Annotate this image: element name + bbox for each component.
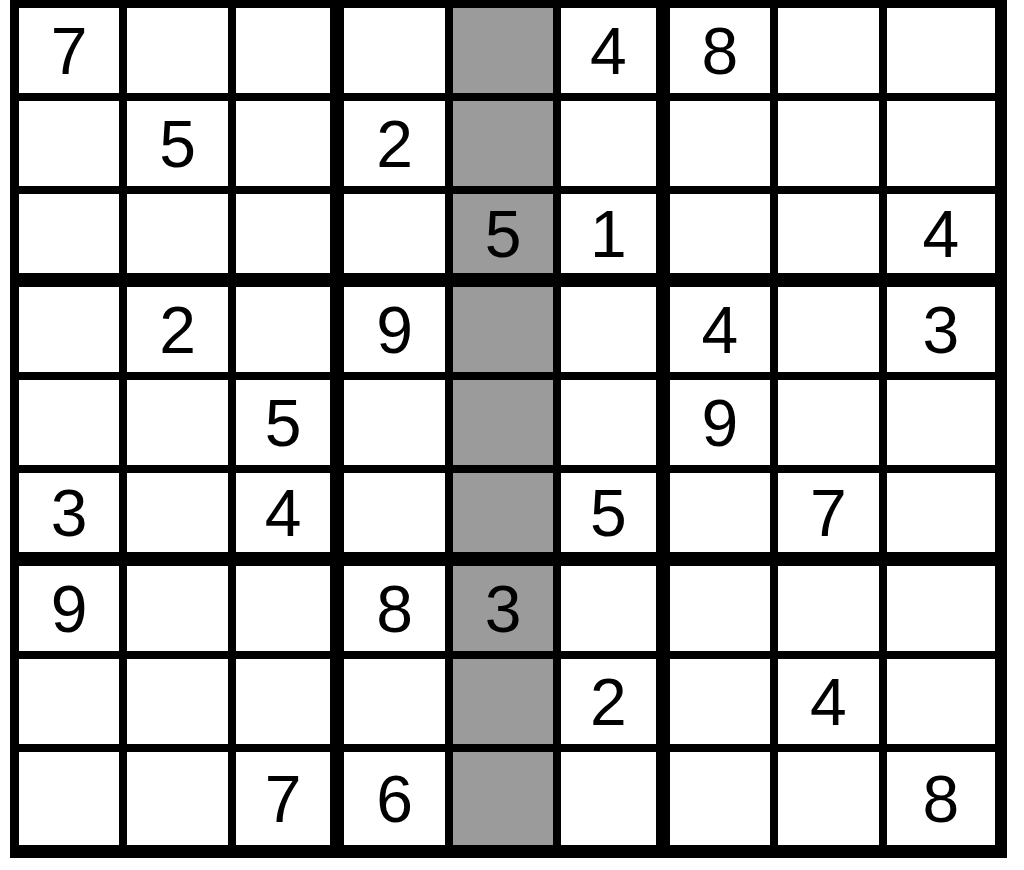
cell-r9c6[interactable] — [561, 752, 669, 845]
cell-r2c6[interactable] — [561, 101, 669, 194]
cell-r5c5[interactable] — [453, 380, 561, 473]
cell-r9c4[interactable]: 6 — [344, 752, 452, 845]
cell-r1c8[interactable] — [778, 8, 886, 101]
cell-r3c1[interactable] — [19, 194, 127, 287]
cell-r8c9[interactable] — [887, 659, 995, 752]
cell-r5c1[interactable] — [19, 380, 127, 473]
cell-r4c3[interactable] — [236, 287, 344, 380]
cell-r7c6[interactable] — [561, 566, 669, 659]
cell-r9c3[interactable]: 7 — [236, 752, 344, 845]
cell-r2c5[interactable] — [453, 101, 561, 194]
cell-r6c1[interactable]: 3 — [19, 473, 127, 566]
cell-r1c9[interactable] — [887, 8, 995, 101]
cell-r2c7[interactable] — [670, 101, 778, 194]
cell-r4c8[interactable] — [778, 287, 886, 380]
cell-r3c7[interactable] — [670, 194, 778, 287]
cell-r1c5[interactable] — [453, 8, 561, 101]
cell-r4c1[interactable] — [19, 287, 127, 380]
cell-r1c3[interactable] — [236, 8, 344, 101]
cell-r2c3[interactable] — [236, 101, 344, 194]
cell-r5c3[interactable]: 5 — [236, 380, 344, 473]
cell-r2c2[interactable]: 5 — [127, 101, 235, 194]
cell-r2c8[interactable] — [778, 101, 886, 194]
cell-r8c4[interactable] — [344, 659, 452, 752]
cell-r8c6[interactable]: 2 — [561, 659, 669, 752]
cell-r7c1[interactable]: 9 — [19, 566, 127, 659]
cell-r5c2[interactable] — [127, 380, 235, 473]
cell-r5c9[interactable] — [887, 380, 995, 473]
cell-r2c1[interactable] — [19, 101, 127, 194]
cell-r8c1[interactable] — [19, 659, 127, 752]
cell-r5c7[interactable]: 9 — [670, 380, 778, 473]
cell-r9c7[interactable] — [670, 752, 778, 845]
cell-r1c4[interactable] — [344, 8, 452, 101]
cell-r7c4[interactable]: 8 — [344, 566, 452, 659]
cell-r3c3[interactable] — [236, 194, 344, 287]
cell-r2c4[interactable]: 2 — [344, 101, 452, 194]
cell-r8c3[interactable] — [236, 659, 344, 752]
cell-r2c9[interactable] — [887, 101, 995, 194]
cell-r9c9[interactable]: 8 — [887, 752, 995, 845]
cell-r6c5[interactable] — [453, 473, 561, 566]
cell-r3c4[interactable] — [344, 194, 452, 287]
cell-r6c7[interactable] — [670, 473, 778, 566]
cell-r6c2[interactable] — [127, 473, 235, 566]
cell-r4c9[interactable]: 3 — [887, 287, 995, 380]
cell-r9c1[interactable] — [19, 752, 127, 845]
cell-r6c6[interactable]: 5 — [561, 473, 669, 566]
cell-r1c2[interactable] — [127, 8, 235, 101]
cell-r6c8[interactable]: 7 — [778, 473, 886, 566]
cell-r3c8[interactable] — [778, 194, 886, 287]
cell-r7c7[interactable] — [670, 566, 778, 659]
cell-r6c9[interactable] — [887, 473, 995, 566]
cell-r1c6[interactable]: 4 — [561, 8, 669, 101]
cell-r8c2[interactable] — [127, 659, 235, 752]
cell-r4c7[interactable]: 4 — [670, 287, 778, 380]
cell-r7c5[interactable]: 3 — [453, 566, 561, 659]
cell-r7c9[interactable] — [887, 566, 995, 659]
cell-r7c8[interactable] — [778, 566, 886, 659]
cell-r9c5[interactable] — [453, 752, 561, 845]
cell-r3c2[interactable] — [127, 194, 235, 287]
cell-r3c5[interactable]: 5 — [453, 194, 561, 287]
cell-r5c8[interactable] — [778, 380, 886, 473]
cell-r7c3[interactable] — [236, 566, 344, 659]
sudoku-board: 74852514294359345798324768 — [10, 0, 1007, 858]
cell-r9c8[interactable] — [778, 752, 886, 845]
cell-r5c6[interactable] — [561, 380, 669, 473]
cell-r1c1[interactable]: 7 — [19, 8, 127, 101]
cell-r8c8[interactable]: 4 — [778, 659, 886, 752]
cell-r8c5[interactable] — [453, 659, 561, 752]
cell-r6c4[interactable] — [344, 473, 452, 566]
cell-r4c2[interactable]: 2 — [127, 287, 235, 380]
cell-r7c2[interactable] — [127, 566, 235, 659]
cell-r6c3[interactable]: 4 — [236, 473, 344, 566]
cell-r5c4[interactable] — [344, 380, 452, 473]
cell-r4c6[interactable] — [561, 287, 669, 380]
cell-r1c7[interactable]: 8 — [670, 8, 778, 101]
cell-r4c4[interactable]: 9 — [344, 287, 452, 380]
cell-r4c5[interactable] — [453, 287, 561, 380]
cell-r8c7[interactable] — [670, 659, 778, 752]
cell-r3c9[interactable]: 4 — [887, 194, 995, 287]
cell-r3c6[interactable]: 1 — [561, 194, 669, 287]
cell-r9c2[interactable] — [127, 752, 235, 845]
